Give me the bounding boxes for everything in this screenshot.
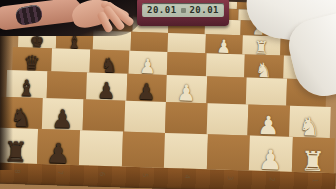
square-d8 [12, 47, 51, 71]
square-b7 [41, 98, 83, 130]
square-a4 [164, 133, 208, 169]
square-d6 [89, 50, 128, 74]
square-d4 [167, 52, 206, 76]
square-b6 [83, 99, 125, 131]
square-a5 [121, 132, 165, 168]
square-a7 [36, 129, 80, 165]
square-b3 [206, 103, 248, 135]
square-a6 [79, 130, 123, 166]
square-c2 [246, 77, 287, 105]
clock-time-right: 20.01 [189, 5, 219, 15]
frame-rank-label-3: 3 [226, 176, 234, 181]
square-e4 [168, 33, 206, 53]
square-c4 [166, 75, 207, 103]
clock-time-left: 20.01 [147, 5, 177, 15]
square-e5 [130, 32, 168, 52]
clock-display: 20.01 20.01 [142, 3, 224, 17]
square-c3 [206, 76, 247, 104]
square-d2 [244, 54, 283, 78]
chess-photo-scene: ♜♟♟♟♟♟♟♝♚♝♟♜♚♛♞♟♞♛♝♟♟♟♞♟♟♞♜♟♟♜ 87654321 … [0, 0, 336, 189]
square-e3 [205, 34, 243, 54]
frame-rank-label-6: 6 [98, 172, 106, 177]
square-a1 [291, 137, 335, 173]
chess-clock: 20.01 20.01 [137, 0, 229, 26]
frame-rank-label-5: 5 [141, 173, 149, 178]
square-d3 [205, 53, 244, 77]
square-e2 [242, 35, 280, 55]
frame-rank-label-2: 2 [268, 177, 276, 182]
square-c6 [86, 72, 127, 100]
square-d7 [51, 48, 90, 72]
square-b1 [289, 106, 331, 138]
frame-rank-label-7: 7 [56, 170, 64, 175]
frame-rank-label-8: 8 [13, 169, 21, 174]
square-c5 [126, 74, 167, 102]
frame-rank-label-4: 4 [183, 174, 191, 179]
square-d5 [128, 51, 167, 75]
square-a2 [249, 136, 293, 172]
square-a3 [206, 134, 250, 170]
square-c7 [46, 71, 87, 99]
table-edge-shadow [0, 20, 13, 170]
square-b4 [165, 102, 207, 134]
square-b2 [247, 105, 289, 137]
square-b5 [124, 101, 166, 133]
clock-move-indicator [181, 8, 186, 13]
frame-rank-label-1: 1 [311, 178, 319, 183]
